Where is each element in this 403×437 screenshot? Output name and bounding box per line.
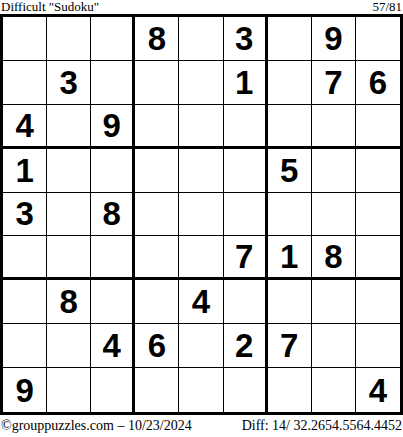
cell-r7c1[interactable] bbox=[3, 280, 47, 324]
cell-r7c6[interactable] bbox=[224, 280, 268, 324]
cell-r9c8[interactable] bbox=[312, 368, 356, 412]
cell-r2c6: 1 bbox=[224, 61, 268, 105]
puzzle-title: Difficult "Sudoku" bbox=[1, 0, 99, 14]
cell-r7c3[interactable] bbox=[91, 280, 135, 324]
cell-r1c3[interactable] bbox=[91, 17, 135, 61]
cell-r7c2: 8 bbox=[47, 280, 91, 324]
cell-r9c5[interactable] bbox=[179, 368, 223, 412]
cell-r9c2[interactable] bbox=[47, 368, 91, 412]
cell-r4c4[interactable] bbox=[135, 149, 179, 193]
cell-r3c9[interactable] bbox=[356, 105, 400, 149]
cell-r7c7[interactable] bbox=[268, 280, 312, 324]
sudoku-grid: 839317649153871884462794 bbox=[0, 14, 403, 415]
cell-r8c8[interactable] bbox=[312, 324, 356, 368]
cell-r4c9[interactable] bbox=[356, 149, 400, 193]
cell-r3c5[interactable] bbox=[179, 105, 223, 149]
cell-r3c3: 9 bbox=[91, 105, 135, 149]
cell-r2c8: 7 bbox=[312, 61, 356, 105]
cell-r6c5[interactable] bbox=[179, 236, 223, 280]
cell-r6c4[interactable] bbox=[135, 236, 179, 280]
cell-r2c9: 6 bbox=[356, 61, 400, 105]
cell-r5c7[interactable] bbox=[268, 193, 312, 237]
cell-r8c6: 2 bbox=[224, 324, 268, 368]
cell-r3c7[interactable] bbox=[268, 105, 312, 149]
cell-r4c5[interactable] bbox=[179, 149, 223, 193]
cell-r3c6[interactable] bbox=[224, 105, 268, 149]
header: Difficult "Sudoku" 57/81 bbox=[0, 0, 403, 14]
cell-r9c9: 4 bbox=[356, 368, 400, 412]
cell-r4c2[interactable] bbox=[47, 149, 91, 193]
cell-counter: 57/81 bbox=[372, 0, 402, 14]
cell-r2c7[interactable] bbox=[268, 61, 312, 105]
cell-r2c4[interactable] bbox=[135, 61, 179, 105]
cell-r8c4: 6 bbox=[135, 324, 179, 368]
cell-r1c7[interactable] bbox=[268, 17, 312, 61]
cell-r5c8[interactable] bbox=[312, 193, 356, 237]
cell-r4c3[interactable] bbox=[91, 149, 135, 193]
cell-r5c4[interactable] bbox=[135, 193, 179, 237]
cell-r2c5[interactable] bbox=[179, 61, 223, 105]
cell-r5c9[interactable] bbox=[356, 193, 400, 237]
cell-r8c5[interactable] bbox=[179, 324, 223, 368]
cell-r1c8: 9 bbox=[312, 17, 356, 61]
cell-r9c4[interactable] bbox=[135, 368, 179, 412]
cell-r9c1: 9 bbox=[3, 368, 47, 412]
cell-r6c8: 8 bbox=[312, 236, 356, 280]
cell-r8c1[interactable] bbox=[3, 324, 47, 368]
footer: ©grouppuzzles.com – 10/23/2024 Diff: 14/… bbox=[0, 415, 403, 437]
cell-r5c6[interactable] bbox=[224, 193, 268, 237]
cell-r2c3[interactable] bbox=[91, 61, 135, 105]
cell-r5c1: 3 bbox=[3, 193, 47, 237]
cell-r1c1[interactable] bbox=[3, 17, 47, 61]
cell-r2c2: 3 bbox=[47, 61, 91, 105]
cell-r4c1: 1 bbox=[3, 149, 47, 193]
cell-r6c9[interactable] bbox=[356, 236, 400, 280]
cell-r6c6: 7 bbox=[224, 236, 268, 280]
cell-r1c4: 8 bbox=[135, 17, 179, 61]
cell-r2c1[interactable] bbox=[3, 61, 47, 105]
cell-r7c5: 4 bbox=[179, 280, 223, 324]
cell-r9c7[interactable] bbox=[268, 368, 312, 412]
cell-r8c7: 7 bbox=[268, 324, 312, 368]
cell-r8c9[interactable] bbox=[356, 324, 400, 368]
puzzle-page: Difficult "Sudoku" 57/81 839317649153871… bbox=[0, 0, 403, 437]
cell-r6c7: 1 bbox=[268, 236, 312, 280]
cell-r5c5[interactable] bbox=[179, 193, 223, 237]
difficulty-text: Diff: 14/ 32.2654.5564.4452 bbox=[242, 418, 402, 434]
cell-r6c2[interactable] bbox=[47, 236, 91, 280]
cell-r1c2[interactable] bbox=[47, 17, 91, 61]
cell-r8c3: 4 bbox=[91, 324, 135, 368]
cell-r1c9[interactable] bbox=[356, 17, 400, 61]
cell-r3c1: 4 bbox=[3, 105, 47, 149]
cell-r1c6: 3 bbox=[224, 17, 268, 61]
cell-r6c3[interactable] bbox=[91, 236, 135, 280]
cell-r7c9[interactable] bbox=[356, 280, 400, 324]
cell-r7c8[interactable] bbox=[312, 280, 356, 324]
cell-r4c7: 5 bbox=[268, 149, 312, 193]
cell-r8c2[interactable] bbox=[47, 324, 91, 368]
cell-r1c5[interactable] bbox=[179, 17, 223, 61]
cell-r7c4[interactable] bbox=[135, 280, 179, 324]
cell-r4c8[interactable] bbox=[312, 149, 356, 193]
cell-r3c8[interactable] bbox=[312, 105, 356, 149]
cell-r9c6[interactable] bbox=[224, 368, 268, 412]
cell-r6c1[interactable] bbox=[3, 236, 47, 280]
cell-r3c4[interactable] bbox=[135, 105, 179, 149]
cell-r4c6[interactable] bbox=[224, 149, 268, 193]
cell-r9c3[interactable] bbox=[91, 368, 135, 412]
cell-r5c2[interactable] bbox=[47, 193, 91, 237]
copyright-text: ©grouppuzzles.com – 10/23/2024 bbox=[1, 418, 192, 434]
cell-r3c2[interactable] bbox=[47, 105, 91, 149]
cell-r5c3: 8 bbox=[91, 193, 135, 237]
